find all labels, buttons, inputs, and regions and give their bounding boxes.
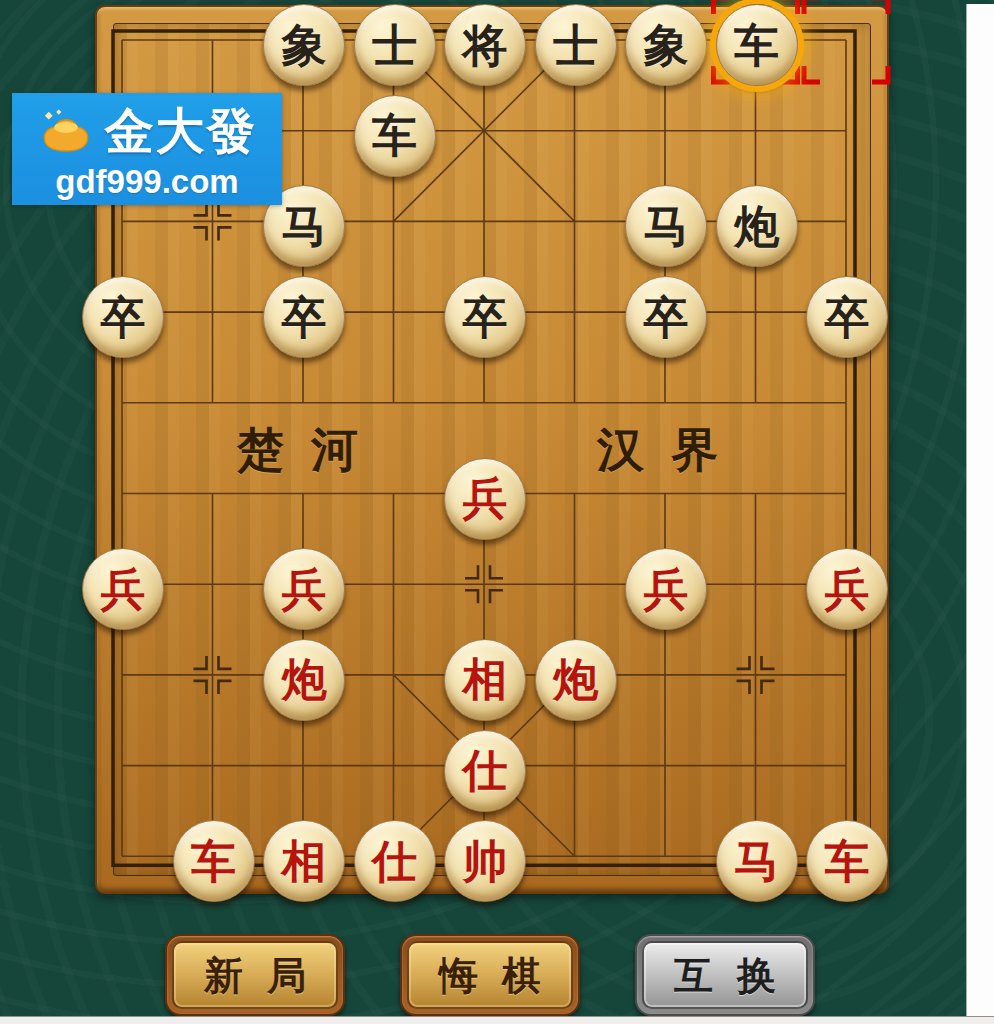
game-background: 楚河 汉界 象士将士象车车马马炮卒卒卒卒卒兵兵兵兵兵炮相炮仕车相仕帅马车 金大發… [0, 0, 994, 1024]
piece-red-相[interactable]: 相 [444, 639, 526, 721]
brand-row: 金大發 [37, 101, 258, 163]
piece-black-车[interactable]: 车 [354, 95, 436, 177]
page-bottom-margin [0, 1016, 994, 1024]
piece-black-象[interactable]: 象 [625, 4, 707, 86]
piece-black-车[interactable]: 车 [716, 4, 798, 86]
ad-banner-link[interactable]: 金大發 gdf999.com [12, 93, 282, 205]
piece-red-兵[interactable]: 兵 [263, 548, 345, 630]
undo-button[interactable]: 悔棋 [400, 934, 580, 1016]
piece-black-炮[interactable]: 炮 [716, 185, 798, 267]
new-game-button[interactable]: 新局 [165, 934, 345, 1016]
piece-red-帅[interactable]: 帅 [444, 820, 526, 902]
brand-domain: gdf999.com [55, 165, 238, 198]
piece-red-兵[interactable]: 兵 [806, 548, 888, 630]
undo-button-face: 悔棋 [407, 941, 573, 1009]
piece-red-炮[interactable]: 炮 [535, 639, 617, 721]
undo-button-label: 悔棋 [415, 956, 565, 995]
piece-red-仕[interactable]: 仕 [354, 820, 436, 902]
swap-sides-button-label: 互换 [650, 956, 800, 995]
piece-black-马[interactable]: 马 [625, 185, 707, 267]
piece-red-炮[interactable]: 炮 [263, 639, 345, 721]
piece-red-仕[interactable]: 仕 [444, 730, 526, 812]
gold-ingot-icon [37, 109, 95, 155]
piece-black-士[interactable]: 士 [354, 4, 436, 86]
piece-red-车[interactable]: 车 [173, 820, 255, 902]
piece-black-卒[interactable]: 卒 [625, 276, 707, 358]
swap-sides-button[interactable]: 互换 [635, 934, 815, 1016]
piece-black-卒[interactable]: 卒 [806, 276, 888, 358]
new-game-button-label: 新局 [180, 956, 330, 995]
piece-black-卒[interactable]: 卒 [444, 276, 526, 358]
piece-black-卒[interactable]: 卒 [263, 276, 345, 358]
new-game-button-face: 新局 [172, 941, 338, 1009]
piece-black-将[interactable]: 将 [444, 4, 526, 86]
piece-red-马[interactable]: 马 [716, 820, 798, 902]
piece-black-象[interactable]: 象 [263, 4, 345, 86]
piece-red-相[interactable]: 相 [263, 820, 345, 902]
piece-black-卒[interactable]: 卒 [82, 276, 164, 358]
piece-red-车[interactable]: 车 [806, 820, 888, 902]
page-right-margin [966, 4, 994, 1024]
piece-red-兵[interactable]: 兵 [625, 548, 707, 630]
brand-name: 金大發 [105, 107, 258, 156]
piece-black-士[interactable]: 士 [535, 4, 617, 86]
swap-sides-button-face: 互换 [642, 941, 808, 1009]
piece-red-兵[interactable]: 兵 [444, 458, 526, 540]
piece-red-兵[interactable]: 兵 [82, 548, 164, 630]
